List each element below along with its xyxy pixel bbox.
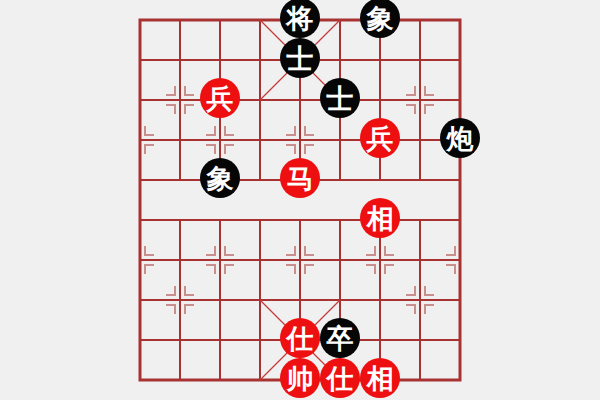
piece-black-cannon[interactable]: 炮 — [440, 118, 480, 158]
piece-red-advisor[interactable]: 仕 — [280, 318, 320, 358]
piece-black-advisor[interactable]: 士 — [320, 78, 360, 118]
xiangqi-board: 将象士兵士兵炮象马相仕卒帅仕相 — [0, 0, 600, 400]
piece-red-horse[interactable]: 马 — [280, 158, 320, 198]
piece-red-elephant[interactable]: 相 — [360, 198, 400, 238]
piece-red-elephant[interactable]: 相 — [360, 358, 400, 398]
piece-red-advisor[interactable]: 仕 — [320, 358, 360, 398]
piece-red-general[interactable]: 帅 — [280, 358, 320, 398]
piece-black-advisor[interactable]: 士 — [280, 38, 320, 78]
piece-red-soldier[interactable]: 兵 — [360, 118, 400, 158]
piece-black-soldier[interactable]: 卒 — [320, 318, 360, 358]
piece-red-soldier[interactable]: 兵 — [200, 78, 240, 118]
piece-black-elephant[interactable]: 象 — [200, 158, 240, 198]
